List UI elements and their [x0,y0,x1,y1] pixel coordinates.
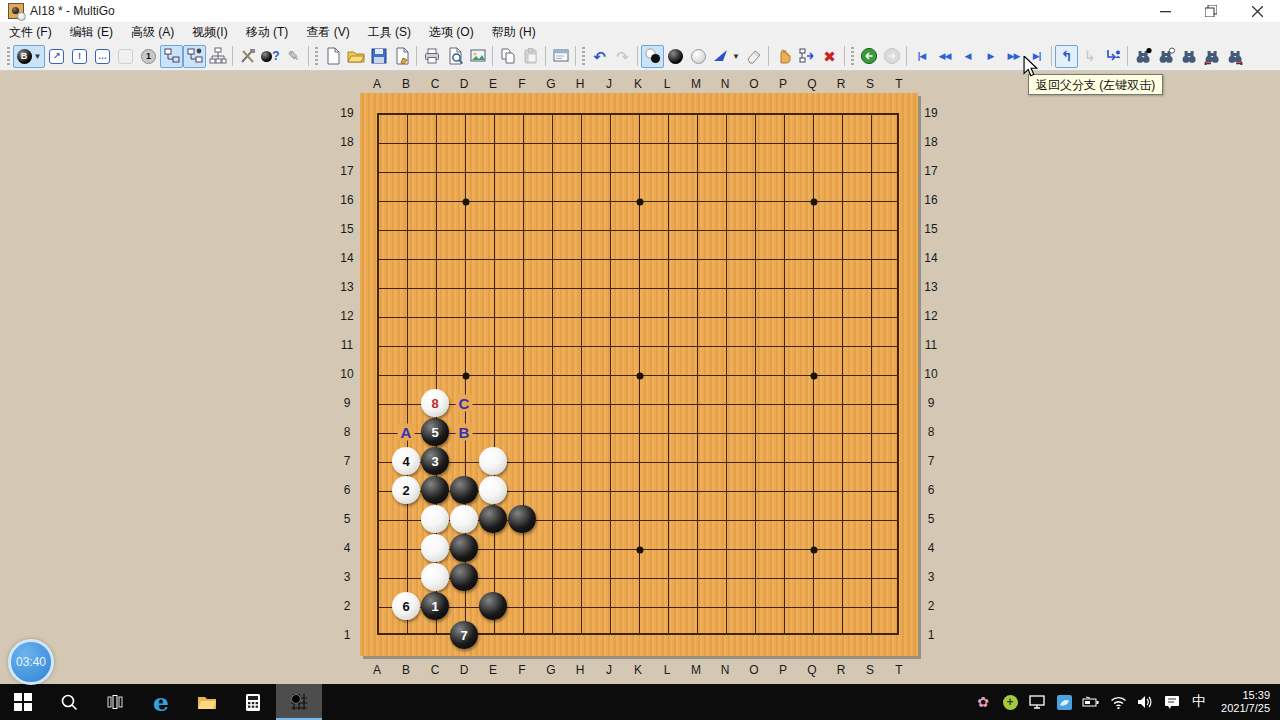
toolbar-separator [545,46,546,66]
coord-left-3: 3 [344,570,351,584]
clean-board-button[interactable]: ✎ [282,45,305,68]
forward-1-button[interactable]: ▶ [979,45,1002,68]
star-point [637,373,644,380]
open-file-button[interactable] [344,45,367,68]
coord-top-N: N [721,77,730,91]
eraser-button[interactable] [742,45,765,68]
coord-right-18: 18 [924,135,937,149]
export-image-button[interactable] [466,45,489,68]
coord-left-4: 4 [344,541,351,555]
tray-app-blue-icon[interactable] [1055,693,1073,711]
coord-bottom-G: G [546,663,555,677]
goto-child-branch-button[interactable]: ↳ [1078,45,1101,68]
toolbar-grip[interactable] [582,47,585,65]
paste-button[interactable] [519,45,542,68]
stone-white-E7[interactable] [479,447,507,475]
coord-bottom-H: H [576,663,585,677]
stone-black-C6[interactable] [421,476,449,504]
coord-top-O: O [749,77,758,91]
star-point [637,199,644,206]
coord-left-19: 19 [340,106,353,120]
coord-right-17: 17 [924,164,937,178]
coord-bottom-J: J [606,663,612,677]
coord-right-3: 3 [928,570,935,584]
star-point [811,547,818,554]
tray-message-icon[interactable] [1163,693,1181,711]
tooltip: 返回父分支 (左键双击) [1028,74,1163,95]
coord-bottom-F: F [518,663,525,677]
board-label-B: B [456,424,473,441]
coord-left-5: 5 [344,512,351,526]
undo-button[interactable]: ↶ [588,45,611,68]
coord-left-14: 14 [340,251,353,265]
toolbar-grip[interactable] [851,47,854,65]
recording-timer-badge[interactable]: 03:40 [8,639,54,685]
stone-black-D1[interactable]: 7 [450,621,478,649]
coord-top-S: S [866,77,874,91]
coord-top-H: H [576,77,585,91]
coord-bottom-L: L [664,663,671,677]
alternate-stones-button[interactable] [641,45,664,68]
insert-node-button[interactable] [795,45,818,68]
toolbar: B▼↗!…1?✎↶↷▼✖|◀◀◀◀▶▶▶▶|↰↳ [0,42,1280,71]
toolbar-separator [768,46,769,66]
clock-date: 2021/7/25 [1221,702,1270,715]
toolbar-separator [1051,46,1052,66]
coord-bottom-A: A [373,663,381,677]
toolbar-separator [492,46,493,66]
stone-white-C4[interactable] [421,534,449,562]
properties-button[interactable] [549,45,572,68]
first-move-button[interactable]: |◀ [910,45,933,68]
menu-item-6[interactable]: 工具 (S) [359,22,420,43]
coord-left-17: 17 [340,164,353,178]
taskbar-clock[interactable]: 15:392021/7/25 [1217,689,1270,715]
coord-top-B: B [402,77,410,91]
coord-top-F: F [518,77,525,91]
stone-black-F5[interactable] [508,505,536,533]
toolbar-separator [1127,46,1128,66]
stone-black-E5[interactable] [479,505,507,533]
coord-left-8: 8 [344,425,351,439]
stone-white-C9[interactable]: 8 [421,389,449,417]
stone-white-B7[interactable]: 4 [392,447,420,475]
coord-right-6: 6 [928,483,935,497]
tray-plus-icon[interactable]: + [1001,693,1019,711]
coord-left-2: 2 [344,599,351,613]
coord-top-G: G [546,77,555,91]
coord-bottom-E: E [489,663,497,677]
minimize-icon[interactable] [1142,0,1188,22]
find-next-button[interactable] [1223,45,1246,68]
return-parent-branch-button[interactable]: ↰ [1055,45,1078,68]
coord-right-12: 12 [924,309,937,323]
markup-combo-button[interactable]: ▼ [710,45,742,68]
redo-button[interactable]: ↷ [611,45,634,68]
goto-move-button[interactable] [1101,45,1124,68]
toolbar-separator [232,46,233,66]
tray-volume-icon[interactable] [1136,693,1154,711]
find-white-button[interactable] [1154,45,1177,68]
client-area: 03:40 AABBCCDDEEFFGGHHJJKKLLMMNNOOPPQQRR… [0,71,1280,684]
stone-black-D6[interactable] [450,476,478,504]
coord-left-6: 6 [344,483,351,497]
desktop: AI18 * - MultiGo 文件 (F)编辑 (E)高级 (A)视频(I)… [0,0,1280,720]
stone-black-D3[interactable] [450,563,478,591]
toolbar-grip[interactable] [7,47,10,65]
star-point [463,199,470,206]
menu-item-1[interactable]: 编辑 (E) [61,22,122,43]
stone-black-C7[interactable]: 3 [421,447,449,475]
new-file-button[interactable] [321,45,344,68]
clock-time: 15:39 [1221,689,1270,702]
stone-white-D5[interactable] [450,505,478,533]
variation-children-button[interactable] [183,45,206,68]
restore-icon[interactable] [1188,0,1234,22]
coord-right-13: 13 [924,280,937,294]
number-from-one-button[interactable]: 1 [137,45,160,68]
coord-right-2: 2 [928,599,935,613]
star-point [637,547,644,554]
menu-item-8[interactable]: 帮助 (H) [483,22,545,43]
menu-item-2[interactable]: 高级 (A) [122,22,183,43]
coord-right-5: 5 [928,512,935,526]
toolbar-separator [308,46,309,66]
coord-right-1: 1 [928,628,935,642]
coord-bottom-S: S [866,663,874,677]
board-label-A: A [398,424,415,441]
forward-to-end-button[interactable] [880,45,903,68]
toolbar-separator [575,46,576,66]
star-point [811,199,818,206]
coord-top-C: C [431,77,440,91]
recording-time: 03:40 [16,655,46,669]
tray-monitor-icon[interactable] [1028,693,1046,711]
tray-ime-icon[interactable]: 中 [1190,693,1208,711]
toolbar-separator [416,46,417,66]
coord-left-11: 11 [341,338,353,352]
show-number-range-button[interactable]: … [91,45,114,68]
board-label-C: C [456,395,473,412]
coord-left-12: 12 [340,309,353,323]
guess-mode-button[interactable]: ? [259,45,282,68]
coord-left-13: 13 [340,280,353,294]
coord-right-16: 16 [924,193,937,207]
toolbar-separator [637,46,638,66]
find-button[interactable] [1177,45,1200,68]
coord-right-10: 10 [924,367,937,381]
coord-bottom-N: N [721,663,730,677]
coord-bottom-D: D [460,663,469,677]
coord-right-15: 15 [924,222,937,236]
stone-white-C3[interactable] [421,563,449,591]
coord-bottom-T: T [895,663,902,677]
star-point [463,373,470,380]
edit-info-button[interactable] [390,45,413,68]
stone-black-C2[interactable]: 1 [421,592,449,620]
mouse-cursor-icon [1022,56,1040,82]
coord-left-16: 16 [340,193,353,207]
stone-white-E6[interactable] [479,476,507,504]
back-to-start-button[interactable] [857,45,880,68]
system-tray: ✿+中15:392021/7/25 [974,684,1280,720]
taskbar-file-explorer-icon[interactable] [184,684,230,720]
coord-left-10: 10 [340,367,353,381]
stone-white-C5[interactable] [421,505,449,533]
toolbar-separator [906,46,907,66]
tray-wifi-icon[interactable] [1109,693,1127,711]
stone-white-B6[interactable]: 2 [392,476,420,504]
coord-bottom-Q: Q [807,663,816,677]
taskbar-task-view-icon[interactable] [92,684,138,720]
stone-black-D4[interactable] [450,534,478,562]
back-1-button[interactable]: ◀ [956,45,979,68]
coord-top-Q: Q [807,77,816,91]
coord-right-7: 7 [928,454,935,468]
coord-right-4: 4 [928,541,935,555]
coord-top-L: L [664,77,671,91]
coord-right-9: 9 [928,396,935,410]
pass-button[interactable] [772,45,795,68]
menu-bar: 文件 (F)编辑 (E)高级 (A)视频(I)移动 (T)查看 (V)工具 (S… [0,22,1280,42]
coord-top-M: M [691,77,701,91]
coord-bottom-C: C [431,663,440,677]
menu-item-4[interactable]: 移动 (T) [237,22,298,43]
coord-left-7: 7 [344,454,351,468]
menu-item-3[interactable]: 视频(I) [183,22,236,43]
coord-top-E: E [489,77,497,91]
tools-button[interactable] [236,45,259,68]
coord-right-14: 14 [924,251,937,265]
show-none-button[interactable] [114,45,137,68]
tray-flower-icon[interactable]: ✿ [974,693,992,711]
ime-indicator: 中 [1192,693,1206,711]
window-controls [1142,0,1280,22]
coord-right-8: 8 [928,425,935,439]
copy-button[interactable] [496,45,519,68]
title-bar: AI18 * - MultiGo [0,0,1280,22]
show-move-mark-button[interactable]: ↗ [45,45,68,68]
print-preview-button[interactable] [443,45,466,68]
coord-bottom-R: R [837,663,846,677]
coord-right-11: 11 [925,338,937,352]
place-white-button[interactable] [687,45,710,68]
coord-left-1: 1 [344,628,351,642]
star-point [811,373,818,380]
stone-black-C8[interactable]: 5 [421,418,449,446]
coord-bottom-O: O [749,663,758,677]
tray-battery-icon[interactable] [1082,693,1100,711]
stone-white-B2[interactable]: 6 [392,592,420,620]
coord-top-A: A [373,77,381,91]
coord-bottom-B: B [402,663,410,677]
variation-siblings-button[interactable] [160,45,183,68]
coord-top-T: T [895,77,902,91]
taskbar-edge-icon[interactable]: e [138,684,184,720]
coord-bottom-M: M [691,663,701,677]
place-black-button[interactable] [664,45,687,68]
menu-item-5[interactable]: 查看 (V) [297,22,358,43]
play-color-combo-button[interactable]: B▼ [13,45,45,68]
coord-left-9: 9 [344,396,351,410]
coord-top-K: K [634,77,642,91]
toolbar-grip[interactable] [315,47,318,65]
delete-node-button[interactable]: ✖ [818,45,841,68]
coord-left-18: 18 [340,135,353,149]
coord-left-15: 15 [340,222,353,236]
back-10-button[interactable]: ◀◀ [933,45,956,68]
menu-item-0[interactable]: 文件 (F) [0,22,61,43]
window-title: AI18 * - MultiGo [30,4,115,18]
taskbar-multigo-icon[interactable] [276,684,322,720]
toolbar-separator [844,46,845,66]
find-prev-button[interactable] [1200,45,1223,68]
coord-top-D: D [460,77,469,91]
taskbar-start-button[interactable] [0,684,46,720]
coord-top-R: R [837,77,846,91]
app-icon [8,3,24,19]
save-file-button[interactable] [367,45,390,68]
coord-bottom-K: K [634,663,642,677]
coord-top-P: P [779,77,787,91]
close-icon[interactable] [1234,0,1280,22]
taskbar: e✿+中15:392021/7/25 [0,684,1280,720]
print-button[interactable] [420,45,443,68]
game-tree-button[interactable] [206,45,229,68]
show-move-number-button[interactable]: ! [68,45,91,68]
menu-item-7[interactable]: 选项 (O) [420,22,483,43]
coord-bottom-P: P [779,663,787,677]
coord-right-19: 19 [924,106,937,120]
taskbar-calculator-icon[interactable] [230,684,276,720]
tooltip-text: 返回父分支 (左键双击) [1036,78,1155,92]
find-black-button[interactable] [1131,45,1154,68]
taskbar-search-icon[interactable] [46,684,92,720]
coord-top-J: J [606,77,612,91]
stone-black-E2[interactable] [479,592,507,620]
